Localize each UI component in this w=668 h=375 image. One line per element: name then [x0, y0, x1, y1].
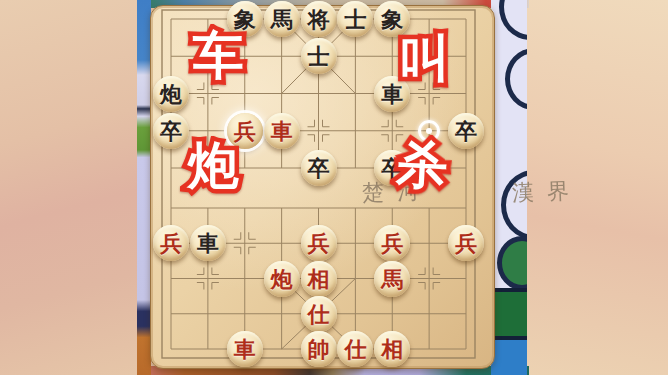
piece-character: 炮 [160, 83, 182, 105]
piece-character: 兵 [455, 232, 477, 254]
piece-red-chariot[interactable]: 車 [264, 113, 300, 149]
piece-character: 象 [381, 8, 403, 30]
piece-character: 馬 [381, 268, 403, 290]
piece-character: 炮 [271, 268, 293, 290]
piece-black-soldier[interactable]: 卒 [301, 150, 337, 186]
piece-character: 相 [308, 268, 330, 290]
piece-character: 馬 [271, 8, 293, 30]
piece-character: 卒 [455, 120, 477, 142]
piece-character: 兵 [308, 232, 330, 254]
piece-black-general[interactable]: 将 [301, 1, 337, 37]
piece-red-advisor[interactable]: 仕 [301, 296, 337, 332]
piece-red-soldier[interactable]: 兵 [153, 225, 189, 261]
piece-red-soldier[interactable]: 兵 [448, 225, 484, 261]
background-edge-strip-left [137, 0, 151, 375]
piece-character: 仕 [308, 303, 330, 325]
piece-character: 車 [234, 338, 256, 360]
piece-character: 兵 [160, 232, 182, 254]
piece-black-horse[interactable]: 馬 [264, 1, 300, 37]
doodle-decoration [497, 236, 527, 290]
piece-red-chariot[interactable]: 車 [227, 331, 263, 367]
piece-black-soldier[interactable]: 卒 [153, 113, 189, 149]
piece-red-general[interactable]: 帥 [301, 331, 337, 367]
piece-character: 卒 [308, 157, 330, 179]
piece-black-advisor[interactable]: 士 [301, 38, 337, 74]
piece-red-elephant[interactable]: 相 [374, 331, 410, 367]
doodle-decoration [499, 0, 527, 40]
piece-red-cannon[interactable]: 炮 [264, 261, 300, 297]
piece-character: 帥 [308, 338, 330, 360]
piece-character: 仕 [344, 338, 366, 360]
piece-character: 兵 [381, 232, 403, 254]
piece-black-soldier[interactable]: 卒 [448, 113, 484, 149]
river-label-han-jie: 漢界 [511, 176, 582, 208]
piece-character: 相 [381, 338, 403, 360]
doodle-decoration [491, 336, 527, 375]
piece-character: 車 [271, 120, 293, 142]
piece-character: 車 [197, 232, 219, 254]
piece-character: 卒 [160, 120, 182, 142]
piece-black-cannon[interactable]: 炮 [153, 76, 189, 112]
piece-black-chariot[interactable]: 車 [190, 225, 226, 261]
piece-character: 士 [344, 8, 366, 30]
piece-red-elephant[interactable]: 相 [301, 261, 337, 297]
background-left-blur [0, 0, 140, 375]
doodle-decoration [505, 48, 527, 110]
piece-red-soldier[interactable]: 兵 [301, 225, 337, 261]
piece-character: 将 [308, 8, 330, 30]
piece-red-horse[interactable]: 馬 [374, 261, 410, 297]
piece-character: 士 [308, 45, 330, 67]
screenshot-stage: 楚河 漢界 象馬将士象士炮車卒卒卒卒車兵車兵兵兵兵炮相馬仕車帥仕相 车 车 叫 … [0, 0, 668, 375]
